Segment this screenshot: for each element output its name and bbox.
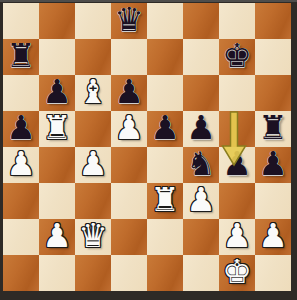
square-h7[interactable]: [255, 39, 291, 75]
piece-black-pawn-e5[interactable]: ♟: [150, 110, 180, 146]
square-b1[interactable]: [39, 255, 75, 291]
square-g8[interactable]: [219, 3, 255, 39]
square-a6[interactable]: [3, 75, 39, 111]
square-c8[interactable]: [75, 3, 111, 39]
square-f8[interactable]: [183, 3, 219, 39]
square-e8[interactable]: [147, 3, 183, 39]
square-d6[interactable]: ♟: [111, 75, 147, 111]
square-d4[interactable]: [111, 147, 147, 183]
square-b3[interactable]: [39, 183, 75, 219]
board-frame: ♛♜♚♟♝♟♟♜♟♟♟♜♟♟♞♟♟♜♟♟♛♟♟♚: [0, 0, 297, 300]
square-a8[interactable]: [3, 3, 39, 39]
square-c1[interactable]: [75, 255, 111, 291]
piece-black-pawn-h4[interactable]: ♟: [258, 146, 288, 182]
square-h2[interactable]: ♟: [255, 219, 291, 255]
square-c7[interactable]: [75, 39, 111, 75]
square-a7[interactable]: ♜: [3, 39, 39, 75]
square-e1[interactable]: [147, 255, 183, 291]
square-f3[interactable]: ♟: [183, 183, 219, 219]
piece-black-rook-a7[interactable]: ♜: [6, 38, 36, 74]
piece-white-king-g1[interactable]: ♚: [222, 254, 252, 290]
square-b7[interactable]: [39, 39, 75, 75]
square-e4[interactable]: [147, 147, 183, 183]
square-d2[interactable]: [111, 219, 147, 255]
square-d7[interactable]: [111, 39, 147, 75]
piece-black-queen-d8[interactable]: ♛: [114, 2, 144, 38]
square-e5[interactable]: ♟: [147, 111, 183, 147]
square-h4[interactable]: ♟: [255, 147, 291, 183]
square-f6[interactable]: [183, 75, 219, 111]
square-h8[interactable]: [255, 3, 291, 39]
square-b6[interactable]: ♟: [39, 75, 75, 111]
piece-white-pawn-d5[interactable]: ♟: [114, 110, 144, 146]
square-c3[interactable]: [75, 183, 111, 219]
piece-black-knight-f4[interactable]: ♞: [186, 146, 216, 182]
piece-black-pawn-a5[interactable]: ♟: [6, 110, 36, 146]
piece-black-pawn-f5[interactable]: ♟: [186, 110, 216, 146]
square-c5[interactable]: [75, 111, 111, 147]
piece-white-rook-e3[interactable]: ♜: [150, 182, 180, 218]
square-f2[interactable]: [183, 219, 219, 255]
piece-white-pawn-b2[interactable]: ♟: [42, 218, 72, 254]
square-g1[interactable]: ♚: [219, 255, 255, 291]
piece-black-pawn-d6[interactable]: ♟: [114, 74, 144, 110]
piece-black-king-g7[interactable]: ♚: [222, 38, 252, 74]
square-b2[interactable]: ♟: [39, 219, 75, 255]
piece-white-pawn-g2[interactable]: ♟: [222, 218, 252, 254]
chess-board: ♛♜♚♟♝♟♟♜♟♟♟♜♟♟♞♟♟♜♟♟♛♟♟♚: [3, 3, 291, 291]
square-e7[interactable]: [147, 39, 183, 75]
square-h5[interactable]: ♜: [255, 111, 291, 147]
square-b8[interactable]: [39, 3, 75, 39]
square-a3[interactable]: [3, 183, 39, 219]
square-d1[interactable]: [111, 255, 147, 291]
square-g5[interactable]: [219, 111, 255, 147]
square-g7[interactable]: ♚: [219, 39, 255, 75]
square-g4[interactable]: ♟: [219, 147, 255, 183]
square-e2[interactable]: [147, 219, 183, 255]
square-d8[interactable]: ♛: [111, 3, 147, 39]
square-c6[interactable]: ♝: [75, 75, 111, 111]
square-a4[interactable]: ♟: [3, 147, 39, 183]
square-a2[interactable]: [3, 219, 39, 255]
square-c4[interactable]: ♟: [75, 147, 111, 183]
square-e6[interactable]: [147, 75, 183, 111]
square-g3[interactable]: [219, 183, 255, 219]
square-c2[interactable]: ♛: [75, 219, 111, 255]
piece-black-pawn-b6[interactable]: ♟: [42, 74, 72, 110]
square-a1[interactable]: [3, 255, 39, 291]
piece-white-pawn-h2[interactable]: ♟: [258, 218, 288, 254]
square-e3[interactable]: ♜: [147, 183, 183, 219]
piece-white-pawn-f3[interactable]: ♟: [186, 182, 216, 218]
square-h3[interactable]: [255, 183, 291, 219]
square-d3[interactable]: [111, 183, 147, 219]
square-d5[interactable]: ♟: [111, 111, 147, 147]
square-f7[interactable]: [183, 39, 219, 75]
piece-black-pawn-g4[interactable]: ♟: [222, 146, 252, 182]
square-h6[interactable]: [255, 75, 291, 111]
piece-white-rook-b5[interactable]: ♜: [42, 110, 72, 146]
square-f1[interactable]: [183, 255, 219, 291]
piece-white-queen-c2[interactable]: ♛: [78, 218, 108, 254]
piece-white-pawn-c4[interactable]: ♟: [78, 146, 108, 182]
square-h1[interactable]: [255, 255, 291, 291]
piece-white-pawn-a4[interactable]: ♟: [6, 146, 36, 182]
square-g2[interactable]: ♟: [219, 219, 255, 255]
square-b5[interactable]: ♜: [39, 111, 75, 147]
square-g6[interactable]: [219, 75, 255, 111]
piece-white-bishop-c6[interactable]: ♝: [78, 74, 108, 110]
piece-black-rook-h5[interactable]: ♜: [258, 110, 288, 146]
square-f5[interactable]: ♟: [183, 111, 219, 147]
square-b4[interactable]: [39, 147, 75, 183]
square-a5[interactable]: ♟: [3, 111, 39, 147]
square-f4[interactable]: ♞: [183, 147, 219, 183]
